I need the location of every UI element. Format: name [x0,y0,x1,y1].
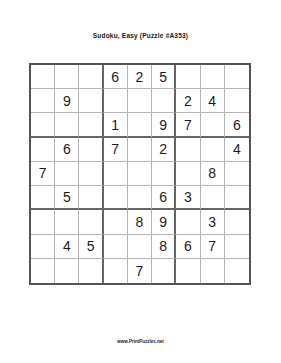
cell-r6c9[interactable] [225,186,249,210]
cell-r3c7[interactable]: 7 [176,113,200,137]
cell-r7c9[interactable] [225,210,249,234]
cell-r8c4[interactable] [104,235,128,259]
cell-r3c5[interactable] [128,113,152,137]
cell-r8c7[interactable]: 6 [176,235,200,259]
cell-r4c1[interactable] [31,138,55,162]
cell-r2c4[interactable] [104,89,128,113]
cell-r1c3[interactable] [79,65,103,89]
cell-r5c9[interactable] [225,162,249,186]
cell-r6c4[interactable] [104,186,128,210]
cell-r3c9[interactable]: 6 [225,113,249,137]
cell-r6c5[interactable] [128,186,152,210]
cell-r2c1[interactable] [31,89,55,113]
cell-r7c6[interactable]: 9 [152,210,176,234]
cell-r7c4[interactable] [104,210,128,234]
cell-r2c8[interactable]: 4 [201,89,225,113]
cell-r6c7[interactable]: 3 [176,186,200,210]
cell-r8c1[interactable] [31,235,55,259]
cell-r3c1[interactable] [31,113,55,137]
cell-r8c8[interactable]: 7 [201,235,225,259]
cell-r1c9[interactable] [225,65,249,89]
cell-r4c8[interactable] [201,138,225,162]
cell-r4c7[interactable] [176,138,200,162]
cell-r6c6[interactable]: 6 [152,186,176,210]
cell-r4c5[interactable] [128,138,152,162]
cell-r4c4[interactable]: 7 [104,138,128,162]
cell-r1c5[interactable]: 2 [128,65,152,89]
cell-r9c3[interactable] [79,259,103,283]
cell-r9c4[interactable] [104,259,128,283]
cell-r7c2[interactable] [55,210,79,234]
cell-r5c3[interactable] [79,162,103,186]
cell-r9c9[interactable] [225,259,249,283]
cell-r3c2[interactable] [55,113,79,137]
cell-r6c2[interactable]: 5 [55,186,79,210]
cell-r3c4[interactable]: 1 [104,113,128,137]
cell-r1c8[interactable] [201,65,225,89]
cell-r1c2[interactable] [55,65,79,89]
sudoku-board: 6259241976672478563893458677 [29,63,251,285]
cell-r8c2[interactable]: 4 [55,235,79,259]
cell-r8c6[interactable]: 8 [152,235,176,259]
cell-r2c9[interactable] [225,89,249,113]
cell-r9c2[interactable] [55,259,79,283]
cell-r5c1[interactable]: 7 [31,162,55,186]
cell-r7c7[interactable] [176,210,200,234]
cell-r1c1[interactable] [31,65,55,89]
cell-r4c9[interactable]: 4 [225,138,249,162]
cell-r8c9[interactable] [225,235,249,259]
cell-r4c3[interactable] [79,138,103,162]
cell-r2c6[interactable] [152,89,176,113]
cell-r9c7[interactable] [176,259,200,283]
cell-r1c7[interactable] [176,65,200,89]
cell-r7c3[interactable] [79,210,103,234]
cell-r3c6[interactable]: 9 [152,113,176,137]
cell-r2c2[interactable]: 9 [55,89,79,113]
cell-r5c8[interactable]: 8 [201,162,225,186]
footer-url: www.PrintPuzzles.net [0,339,281,344]
cell-r8c3[interactable]: 5 [79,235,103,259]
cell-r6c1[interactable] [31,186,55,210]
cell-r7c5[interactable]: 8 [128,210,152,234]
cell-r7c1[interactable] [31,210,55,234]
cell-r5c7[interactable] [176,162,200,186]
sudoku-page: Sudoku, Easy (Puzzle #A353) 625924197667… [0,0,281,363]
cell-r9c1[interactable] [31,259,55,283]
cell-r7c8[interactable]: 3 [201,210,225,234]
cell-r6c8[interactable] [201,186,225,210]
cell-r5c4[interactable] [104,162,128,186]
cell-r5c5[interactable] [128,162,152,186]
cell-r3c8[interactable] [201,113,225,137]
cell-r1c6[interactable]: 5 [152,65,176,89]
cell-r2c5[interactable] [128,89,152,113]
page-title: Sudoku, Easy (Puzzle #A353) [0,32,281,39]
cell-r9c8[interactable] [201,259,225,283]
cell-r2c7[interactable]: 2 [176,89,200,113]
cell-r5c6[interactable] [152,162,176,186]
cell-r9c6[interactable] [152,259,176,283]
cell-r2c3[interactable] [79,89,103,113]
cell-r6c3[interactable] [79,186,103,210]
cell-r9c5[interactable]: 7 [128,259,152,283]
cell-r4c6[interactable]: 2 [152,138,176,162]
cell-r3c3[interactable] [79,113,103,137]
cell-r5c2[interactable] [55,162,79,186]
cell-r4c2[interactable]: 6 [55,138,79,162]
cell-r1c4[interactable]: 6 [104,65,128,89]
cell-r8c5[interactable] [128,235,152,259]
